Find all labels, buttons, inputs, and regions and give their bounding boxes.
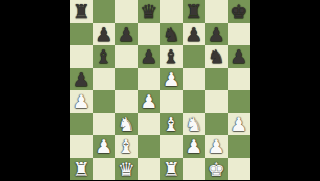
square-g6[interactable]: ♞ [205, 45, 228, 68]
square-f5[interactable] [183, 68, 206, 91]
square-b5[interactable] [93, 68, 116, 91]
square-a4[interactable]: ♟ [70, 90, 93, 113]
square-e7[interactable]: ♞ [160, 23, 183, 46]
square-a7[interactable] [70, 23, 93, 46]
square-g4[interactable] [205, 90, 228, 113]
square-g2[interactable]: ♟ [205, 135, 228, 158]
square-b6[interactable]: ♝ [93, 45, 116, 68]
square-h5[interactable] [228, 68, 251, 91]
square-h1[interactable] [228, 158, 251, 181]
white-rook[interactable]: ♜ [163, 158, 180, 181]
chess-board: ♜♛♜♚♟♟♞♟♟♝♟♝♞♟♟♟♟♟♞♝♞♟♟♝♟♟♜♛♜♚ [70, 0, 250, 180]
black-pawn[interactable]: ♟ [140, 45, 157, 68]
black-pawn[interactable]: ♟ [95, 23, 112, 46]
square-h2[interactable] [228, 135, 251, 158]
white-pawn[interactable]: ♟ [73, 90, 90, 113]
square-d3[interactable] [138, 113, 161, 136]
square-d7[interactable] [138, 23, 161, 46]
black-knight[interactable]: ♞ [163, 23, 180, 46]
square-c1[interactable]: ♛ [115, 158, 138, 181]
square-f1[interactable] [183, 158, 206, 181]
square-d8[interactable]: ♛ [138, 0, 161, 23]
square-a3[interactable] [70, 113, 93, 136]
black-rook[interactable]: ♜ [185, 0, 202, 23]
square-c4[interactable] [115, 90, 138, 113]
square-h8[interactable]: ♚ [228, 0, 251, 23]
square-c2[interactable]: ♝ [115, 135, 138, 158]
square-d5[interactable] [138, 68, 161, 91]
white-pawn[interactable]: ♟ [140, 90, 157, 113]
square-e1[interactable]: ♜ [160, 158, 183, 181]
white-pawn[interactable]: ♟ [185, 135, 202, 158]
square-f7[interactable]: ♟ [183, 23, 206, 46]
white-king[interactable]: ♚ [208, 158, 225, 181]
square-d2[interactable] [138, 135, 161, 158]
square-a6[interactable] [70, 45, 93, 68]
square-b4[interactable] [93, 90, 116, 113]
square-d4[interactable]: ♟ [138, 90, 161, 113]
square-g3[interactable] [205, 113, 228, 136]
square-e3[interactable]: ♝ [160, 113, 183, 136]
square-c3[interactable]: ♞ [115, 113, 138, 136]
black-knight[interactable]: ♞ [208, 45, 225, 68]
black-king[interactable]: ♚ [230, 0, 247, 23]
black-pawn[interactable]: ♟ [208, 23, 225, 46]
white-bishop[interactable]: ♝ [163, 113, 180, 136]
square-d6[interactable]: ♟ [138, 45, 161, 68]
square-e6[interactable]: ♝ [160, 45, 183, 68]
square-g8[interactable] [205, 0, 228, 23]
square-f8[interactable]: ♜ [183, 0, 206, 23]
square-g5[interactable] [205, 68, 228, 91]
white-pawn[interactable]: ♟ [95, 135, 112, 158]
square-h7[interactable] [228, 23, 251, 46]
square-e8[interactable] [160, 0, 183, 23]
square-b1[interactable] [93, 158, 116, 181]
square-e4[interactable] [160, 90, 183, 113]
square-c6[interactable] [115, 45, 138, 68]
square-a8[interactable]: ♜ [70, 0, 93, 23]
square-a5[interactable]: ♟ [70, 68, 93, 91]
square-e5[interactable]: ♟ [160, 68, 183, 91]
black-pawn[interactable]: ♟ [230, 45, 247, 68]
square-b7[interactable]: ♟ [93, 23, 116, 46]
square-f3[interactable]: ♞ [183, 113, 206, 136]
square-a1[interactable]: ♜ [70, 158, 93, 181]
white-knight[interactable]: ♞ [185, 113, 202, 136]
black-queen[interactable]: ♛ [140, 0, 157, 23]
square-c7[interactable]: ♟ [115, 23, 138, 46]
square-h3[interactable]: ♟ [228, 113, 251, 136]
white-pawn[interactable]: ♟ [208, 135, 225, 158]
white-knight[interactable]: ♞ [118, 113, 135, 136]
square-e2[interactable] [160, 135, 183, 158]
white-pawn[interactable]: ♟ [163, 68, 180, 91]
square-g1[interactable]: ♚ [205, 158, 228, 181]
square-f2[interactable]: ♟ [183, 135, 206, 158]
black-bishop[interactable]: ♝ [163, 45, 180, 68]
black-pawn[interactable]: ♟ [118, 23, 135, 46]
square-f6[interactable] [183, 45, 206, 68]
white-bishop[interactable]: ♝ [118, 135, 135, 158]
square-b2[interactable]: ♟ [93, 135, 116, 158]
square-g7[interactable]: ♟ [205, 23, 228, 46]
square-c8[interactable] [115, 0, 138, 23]
black-pawn[interactable]: ♟ [73, 68, 90, 91]
white-queen[interactable]: ♛ [118, 158, 135, 181]
square-b8[interactable] [93, 0, 116, 23]
black-bishop[interactable]: ♝ [95, 45, 112, 68]
square-a2[interactable] [70, 135, 93, 158]
square-h6[interactable]: ♟ [228, 45, 251, 68]
square-b3[interactable] [93, 113, 116, 136]
square-c5[interactable] [115, 68, 138, 91]
square-f4[interactable] [183, 90, 206, 113]
app-background: ♜♛♜♚♟♟♞♟♟♝♟♝♞♟♟♟♟♟♞♝♞♟♟♝♟♟♜♛♜♚ [0, 0, 320, 180]
black-pawn[interactable]: ♟ [185, 23, 202, 46]
black-rook[interactable]: ♜ [73, 0, 90, 23]
square-d1[interactable] [138, 158, 161, 181]
white-pawn[interactable]: ♟ [230, 113, 247, 136]
white-rook[interactable]: ♜ [73, 158, 90, 181]
square-h4[interactable] [228, 90, 251, 113]
